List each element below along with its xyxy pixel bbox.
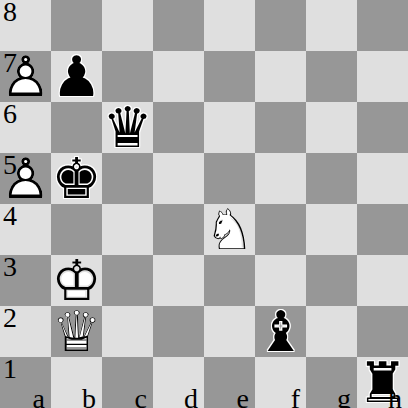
- square-c8[interactable]: [102, 0, 153, 51]
- square-g4[interactable]: [306, 204, 357, 255]
- square-b1[interactable]: [51, 357, 102, 408]
- square-g3[interactable]: [306, 255, 357, 306]
- square-c5[interactable]: [102, 153, 153, 204]
- square-a5[interactable]: ♟♙: [0, 153, 51, 204]
- piece-white-pawn[interactable]: ♟♙: [0, 153, 51, 204]
- square-f7[interactable]: [255, 51, 306, 102]
- square-f8[interactable]: [255, 0, 306, 51]
- square-e8[interactable]: [204, 0, 255, 51]
- square-e7[interactable]: [204, 51, 255, 102]
- white-pawn-glyph: ♙: [0, 153, 51, 204]
- square-c4[interactable]: [102, 204, 153, 255]
- square-h7[interactable]: [357, 51, 408, 102]
- square-d5[interactable]: [153, 153, 204, 204]
- square-b7[interactable]: ♟: [51, 51, 102, 102]
- piece-white-knight[interactable]: ♞♘: [204, 204, 255, 255]
- square-g8[interactable]: [306, 0, 357, 51]
- square-g2[interactable]: [306, 306, 357, 357]
- square-c1[interactable]: [102, 357, 153, 408]
- square-d7[interactable]: [153, 51, 204, 102]
- square-a3[interactable]: [0, 255, 51, 306]
- square-f4[interactable]: [255, 204, 306, 255]
- black-rook-glyph: ♜: [357, 357, 408, 408]
- square-e6[interactable]: [204, 102, 255, 153]
- square-e4[interactable]: ♞♘: [204, 204, 255, 255]
- square-f2[interactable]: ♝: [255, 306, 306, 357]
- piece-black-rook[interactable]: ♜: [357, 357, 408, 408]
- square-e1[interactable]: [204, 357, 255, 408]
- square-b5[interactable]: ♚: [51, 153, 102, 204]
- square-c3[interactable]: [102, 255, 153, 306]
- square-a4[interactable]: [0, 204, 51, 255]
- square-a7[interactable]: ♟♙: [0, 51, 51, 102]
- square-a2[interactable]: [0, 306, 51, 357]
- square-h3[interactable]: [357, 255, 408, 306]
- square-h8[interactable]: [357, 0, 408, 51]
- square-d1[interactable]: [153, 357, 204, 408]
- piece-white-pawn[interactable]: ♟♙: [0, 51, 51, 102]
- square-d4[interactable]: [153, 204, 204, 255]
- square-g7[interactable]: [306, 51, 357, 102]
- square-b2[interactable]: ♛♕: [51, 306, 102, 357]
- square-d8[interactable]: [153, 0, 204, 51]
- black-queen-glyph: ♛: [102, 102, 153, 153]
- square-c6[interactable]: ♛: [102, 102, 153, 153]
- square-e2[interactable]: [204, 306, 255, 357]
- black-bishop-glyph: ♝: [255, 306, 306, 357]
- square-e3[interactable]: [204, 255, 255, 306]
- square-g6[interactable]: [306, 102, 357, 153]
- square-g1[interactable]: [306, 357, 357, 408]
- white-queen-glyph: ♕: [51, 306, 102, 357]
- square-f6[interactable]: [255, 102, 306, 153]
- piece-black-king[interactable]: ♚: [51, 153, 102, 204]
- square-a1[interactable]: [0, 357, 51, 408]
- square-h1[interactable]: ♜: [357, 357, 408, 408]
- square-d6[interactable]: [153, 102, 204, 153]
- black-king-glyph: ♚: [51, 153, 102, 204]
- square-h6[interactable]: [357, 102, 408, 153]
- square-h5[interactable]: [357, 153, 408, 204]
- square-d3[interactable]: [153, 255, 204, 306]
- piece-black-pawn[interactable]: ♟: [51, 51, 102, 102]
- square-d2[interactable]: [153, 306, 204, 357]
- chess-board: ♟♙♟♛♟♙♚♞♘♚♔♛♕♝♜87654321abcdefgh: [0, 0, 408, 408]
- square-f1[interactable]: [255, 357, 306, 408]
- square-f5[interactable]: [255, 153, 306, 204]
- square-g5[interactable]: [306, 153, 357, 204]
- piece-white-queen[interactable]: ♛♕: [51, 306, 102, 357]
- square-h4[interactable]: [357, 204, 408, 255]
- piece-black-queen[interactable]: ♛: [102, 102, 153, 153]
- square-c2[interactable]: [102, 306, 153, 357]
- piece-black-bishop[interactable]: ♝: [255, 306, 306, 357]
- white-knight-glyph: ♘: [204, 204, 255, 255]
- black-pawn-glyph: ♟: [51, 51, 102, 102]
- white-pawn-glyph: ♙: [0, 51, 51, 102]
